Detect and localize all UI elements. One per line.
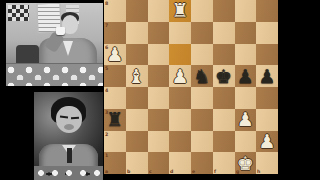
square-a8: 8 [104,0,126,22]
square-g1: g♚ [235,152,257,174]
square-d7 [169,22,191,44]
player2-tie [67,148,72,163]
square-d2 [169,131,191,153]
square-h2: ♟ [256,131,278,153]
square-g5: ♟ [235,65,257,87]
blurred-chess-pieces [34,166,103,180]
file-label-f: f [214,169,216,174]
piece-black-pawn: ♟ [235,65,257,87]
square-h8 [256,0,278,22]
square-c1: c [148,152,170,174]
square-c7 [148,22,170,44]
square-b4 [126,87,148,109]
video-thumbnail[interactable]: 8♜76♟5♝♟♞♚♟♟43♜♟2♟1abcdefg♚h [0,0,320,180]
player-photo-bottom [34,92,103,180]
square-d3 [169,109,191,131]
square-b3 [126,109,148,131]
square-b1: b [126,152,148,174]
file-label-h: h [257,169,260,174]
square-a6: 6♟ [104,44,126,66]
file-label-c: c [149,169,152,174]
square-b6 [126,44,148,66]
piece-white-rook: ♜ [169,0,191,22]
square-b5: ♝ [126,65,148,87]
square-f3 [213,109,235,131]
piece-black-knight: ♞ [191,65,213,87]
square-f7 [213,22,235,44]
square-a2: 2 [104,131,126,153]
player-photo-top [6,3,103,86]
piece-black-pawn: ♟ [256,65,278,87]
chess-board: 8♜76♟5♝♟♞♚♟♟43♜♟2♟1abcdefg♚h [104,0,278,174]
square-f1: f [213,152,235,174]
piece-black-king: ♚ [213,65,235,87]
piece-black-rook: ♜ [104,109,126,131]
square-c6 [148,44,170,66]
square-d1: d [169,152,191,174]
piece-white-bishop: ♝ [126,65,148,87]
square-a3: 3♜ [104,109,126,131]
square-g2 [235,131,257,153]
square-b2 [126,131,148,153]
square-a4: 4 [104,87,126,109]
piece-white-pawn: ♟ [235,109,257,131]
player2-face-shadow [64,124,74,130]
square-e3 [191,109,213,131]
square-e1: e [191,152,213,174]
square-e7 [191,22,213,44]
piece-white-pawn: ♟ [169,65,191,87]
square-g7 [235,22,257,44]
square-f2 [213,131,235,153]
square-h5: ♟ [256,65,278,87]
square-e6 [191,44,213,66]
square-d8: ♜ [169,0,191,22]
square-c4 [148,87,170,109]
rank-label-1: 1 [105,152,108,157]
piece-white-king: ♚ [235,152,257,174]
square-d5: ♟ [169,65,191,87]
square-a7: 7 [104,22,126,44]
square-b8 [126,0,148,22]
square-f6 [213,44,235,66]
square-e4 [191,87,213,109]
square-c5 [148,65,170,87]
rank-label-5: 5 [105,65,108,70]
square-c3 [148,109,170,131]
file-label-a: a [105,169,108,174]
square-h3 [256,109,278,131]
square-f4 [213,87,235,109]
square-h7 [256,22,278,44]
square-h6 [256,44,278,66]
chessboard-poster [8,5,29,21]
square-h4 [256,87,278,109]
rank-label-4: 4 [105,87,108,92]
square-c2 [148,131,170,153]
file-label-d: d [170,169,173,174]
square-e2 [191,131,213,153]
square-d6 [169,44,191,66]
square-c8 [148,0,170,22]
file-label-e: e [192,169,195,174]
square-b7 [126,22,148,44]
rank-label-8: 8 [105,0,108,5]
piece-white-pawn: ♟ [104,44,126,66]
file-label-b: b [127,169,130,174]
square-g6 [235,44,257,66]
rank-label-2: 2 [105,131,108,136]
square-d4 [169,87,191,109]
white-cup [56,27,65,35]
square-e8 [191,0,213,22]
square-a1: 1a [104,152,126,174]
piece-white-pawn: ♟ [256,131,278,153]
square-a5: 5 [104,65,126,87]
square-h1: h [256,152,278,174]
cups-row [6,63,103,86]
square-e5: ♞ [191,65,213,87]
square-g3: ♟ [235,109,257,131]
square-g4 [235,87,257,109]
square-f5: ♚ [213,65,235,87]
rank-label-7: 7 [105,22,108,27]
square-f8 [213,0,235,22]
square-g8 [235,0,257,22]
